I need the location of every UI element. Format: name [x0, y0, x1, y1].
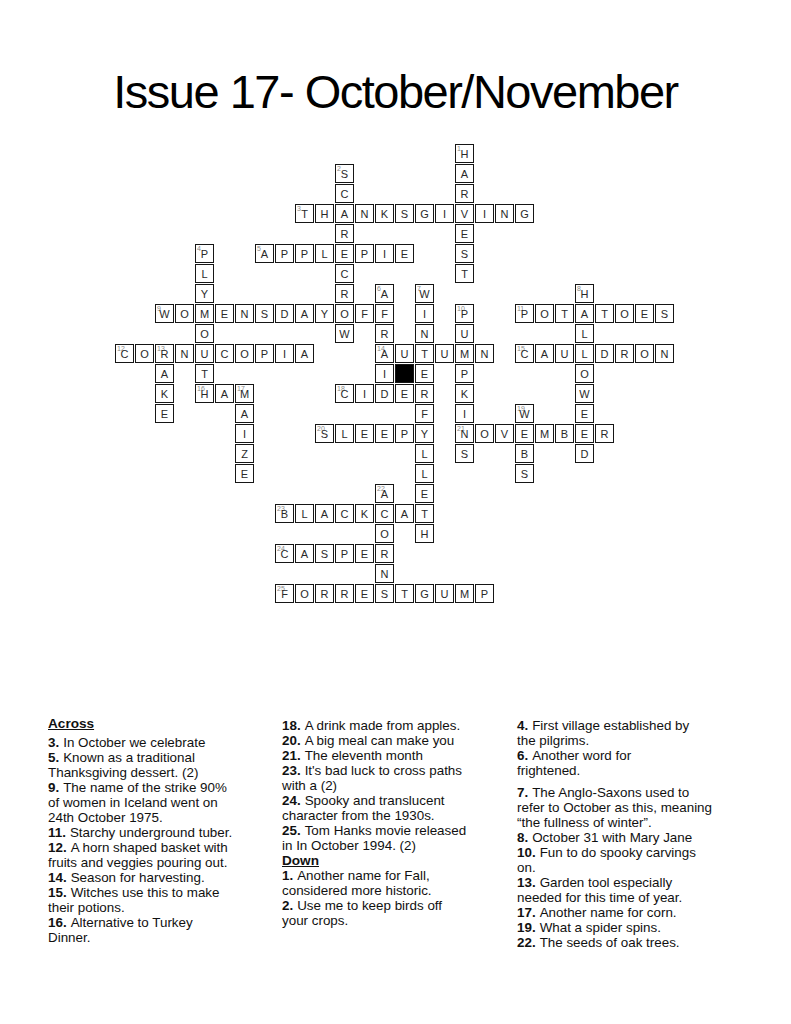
- cell-letter: N: [356, 207, 373, 221]
- grid-cell: 15C: [515, 344, 534, 363]
- cell-letter: K: [456, 387, 473, 401]
- grid-cell: U: [435, 584, 454, 603]
- cell-letter: A: [376, 347, 393, 361]
- clue-number-label: 19.: [517, 920, 536, 935]
- clue-13: 13.Garden tool especially needed for thi…: [517, 875, 757, 905]
- grid-cell: P: [295, 244, 314, 263]
- grid-cell: I: [415, 304, 434, 323]
- grid-cell: O: [195, 324, 214, 343]
- grid-cell: N: [235, 304, 254, 323]
- clue-text: Alternative to Turkey Dinner.: [48, 915, 193, 945]
- cell-letter: E: [456, 227, 473, 241]
- grid-cell: G: [415, 204, 434, 223]
- grid-cell: T: [455, 264, 474, 283]
- grid-cell: V: [455, 204, 474, 223]
- cell-letter: P: [396, 427, 413, 441]
- grid-cell: Y: [415, 424, 434, 443]
- grid-cell: 3T: [295, 204, 314, 223]
- grid-cell: 1H: [455, 144, 474, 163]
- cell-letter: A: [376, 287, 393, 301]
- cell-letter: E: [336, 247, 353, 261]
- cell-letter: B: [516, 447, 533, 461]
- cell-letter: F: [416, 407, 433, 421]
- clue-17: 17.Another name for corn.: [517, 905, 757, 920]
- grid-cell: W: [575, 384, 594, 403]
- cell-letter: L: [416, 447, 433, 461]
- clue-number-label: 10.: [517, 845, 536, 860]
- cell-letter: E: [356, 547, 373, 561]
- clue-7: 7.The Anglo-Saxons used to refer to Octo…: [517, 785, 757, 830]
- grid-cell: C: [335, 184, 354, 203]
- grid-cell: G: [415, 584, 434, 603]
- grid-cell: R: [415, 384, 434, 403]
- grid-cell: I: [375, 244, 394, 263]
- clue-19: 19.What a spider spins.: [517, 920, 757, 935]
- grid-cell: T: [555, 304, 574, 323]
- grid-cell: 25F: [275, 584, 294, 603]
- clue-number-label: 7.: [517, 785, 528, 800]
- grid-cell: P: [255, 344, 274, 363]
- clue-25: 25.Tom Hanks movie released in In Octobe…: [282, 823, 514, 853]
- clue-text: The Anglo-Saxons used to refer to Octobe…: [517, 785, 712, 830]
- cell-letter: E: [396, 387, 413, 401]
- clue-5: 5.Known as a traditional Thanksgiving de…: [48, 750, 280, 780]
- cell-letter: R: [376, 327, 393, 341]
- cell-letter: Y: [316, 307, 333, 321]
- cell-letter: E: [376, 427, 393, 441]
- cell-letter: T: [416, 507, 433, 521]
- cell-letter: N: [476, 347, 493, 361]
- grid-cell: 11P: [515, 304, 534, 323]
- cell-letter: R: [316, 587, 333, 601]
- black-cell: [395, 364, 414, 383]
- cell-letter: S: [456, 247, 473, 261]
- grid-cell: 20S: [315, 424, 334, 443]
- grid-cell: A: [235, 404, 254, 423]
- grid-cell: U: [395, 344, 414, 363]
- cell-letter: W: [336, 327, 353, 341]
- grid-cell: 12C: [115, 344, 134, 363]
- clue-text: The name of the strike 90% of women in I…: [48, 780, 227, 825]
- clue-text: Another name for corn.: [540, 905, 677, 920]
- grid-cell: O: [375, 524, 394, 543]
- cell-letter: A: [296, 547, 313, 561]
- grid-cell: P: [455, 364, 474, 383]
- grid-cell: G: [515, 204, 534, 223]
- grid-cell: R: [595, 424, 614, 443]
- cell-letter: A: [296, 347, 313, 361]
- grid-cell: E: [395, 384, 414, 403]
- cell-letter: E: [356, 427, 373, 441]
- clue-4: 4.First village established by the pilgr…: [517, 718, 757, 748]
- grid-cell: U: [435, 344, 454, 363]
- grid-cell: 21N: [455, 424, 474, 443]
- grid-cell: S: [455, 444, 474, 463]
- grid-cell: C: [335, 504, 354, 523]
- cell-letter: W: [516, 407, 533, 421]
- cell-letter: D: [596, 347, 613, 361]
- grid-cell: T: [195, 364, 214, 383]
- clue-9: 9.The name of the strike 90% of women in…: [48, 780, 280, 825]
- cell-letter: O: [476, 427, 493, 441]
- cell-letter: S: [316, 427, 333, 441]
- cell-letter: P: [456, 307, 473, 321]
- clue-number-label: 25.: [282, 823, 301, 838]
- grid-cell: A: [215, 384, 234, 403]
- cell-letter: R: [456, 187, 473, 201]
- clue-text: In October we celebrate: [63, 735, 205, 750]
- grid-cell: L: [195, 264, 214, 283]
- clue-23: 23.It's bad luck to cross paths with a (…: [282, 763, 514, 793]
- cell-letter: Y: [196, 287, 213, 301]
- cell-letter: L: [296, 507, 313, 521]
- cell-letter: A: [216, 387, 233, 401]
- grid-cell: P: [355, 244, 374, 263]
- grid-cell: O: [235, 344, 254, 363]
- cell-letter: E: [236, 467, 253, 481]
- grid-cell: M: [455, 344, 474, 363]
- grid-cell: N: [415, 324, 434, 343]
- grid-cell: 24C: [275, 544, 294, 563]
- cell-letter: W: [416, 287, 433, 301]
- grid-cell: F: [375, 304, 394, 323]
- grid-cell: E: [375, 424, 394, 443]
- cell-letter: M: [236, 387, 253, 401]
- clue-number-label: 4.: [517, 718, 528, 733]
- cell-letter: E: [576, 427, 593, 441]
- cell-letter: T: [416, 347, 433, 361]
- cell-letter: I: [276, 347, 293, 361]
- grid-cell: N: [495, 204, 514, 223]
- cell-letter: P: [456, 367, 473, 381]
- cell-letter: U: [396, 347, 413, 361]
- grid-cell: V: [495, 424, 514, 443]
- cell-letter: O: [196, 327, 213, 341]
- cell-letter: T: [196, 367, 213, 381]
- grid-cell: B: [555, 424, 574, 443]
- cell-letter: B: [276, 507, 293, 521]
- cell-letter: U: [196, 347, 213, 361]
- cell-letter: N: [656, 347, 673, 361]
- cell-letter: P: [476, 587, 493, 601]
- grid-cell: I: [235, 424, 254, 443]
- grid-cell: E: [155, 404, 174, 423]
- cell-letter: T: [456, 267, 473, 281]
- grid-cell: A: [295, 344, 314, 363]
- grid-cell: E: [635, 304, 654, 323]
- grid-cell: K: [375, 204, 394, 223]
- cell-letter: C: [336, 187, 353, 201]
- grid-cell: D: [375, 384, 394, 403]
- cell-letter: L: [196, 267, 213, 281]
- grid-cell: O: [475, 424, 494, 443]
- grid-cell: E: [415, 484, 434, 503]
- clue-text: It's bad luck to cross paths with a (2): [282, 763, 462, 793]
- cell-letter: L: [576, 327, 593, 341]
- cell-letter: Z: [236, 447, 253, 461]
- grid-cell: U: [195, 344, 214, 363]
- clue-number-label: 3.: [48, 735, 59, 750]
- cell-letter: A: [256, 247, 273, 261]
- cell-letter: N: [376, 567, 393, 581]
- grid-cell: I: [375, 364, 394, 383]
- clue-number-label: 24.: [282, 793, 301, 808]
- cell-letter: A: [396, 507, 413, 521]
- grid-cell: C: [375, 504, 394, 523]
- grid-cell: P: [395, 424, 414, 443]
- grid-cell: 13R: [155, 344, 174, 363]
- clue-text: Another word for frightened.: [517, 748, 631, 778]
- clue-number-label: 20.: [282, 733, 301, 748]
- cell-letter: M: [456, 347, 473, 361]
- clue-number-label: 1.: [282, 868, 293, 883]
- clue-2: 2.Use me to keep birds off your crops.: [282, 898, 514, 928]
- cell-letter: I: [436, 207, 453, 221]
- grid-cell: R: [375, 544, 394, 563]
- clue-text: Fun to do spooky carvings on.: [517, 845, 696, 875]
- grid-cell: O: [635, 344, 654, 363]
- clue-text: Tom Hanks movie released in In October 1…: [282, 823, 466, 853]
- clue-6: 6.Another word for frightened.: [517, 748, 757, 778]
- cell-letter: E: [396, 247, 413, 261]
- clue-18: 18.A drink made from apples.: [282, 718, 514, 733]
- grid-cell: E: [215, 304, 234, 323]
- grid-cell: K: [155, 384, 174, 403]
- grid-cell: T: [395, 584, 414, 603]
- grid-cell: R: [315, 584, 334, 603]
- grid-cell: O: [135, 344, 154, 363]
- grid-cell: L: [415, 444, 434, 463]
- cell-letter: A: [456, 167, 473, 181]
- grid-cell: M: [455, 584, 474, 603]
- grid-cell: W: [335, 324, 354, 343]
- grid-cell: B: [515, 444, 534, 463]
- cell-letter: S: [456, 447, 473, 461]
- clue-11: 11.Starchy underground tuber.: [48, 825, 280, 840]
- cell-letter: M: [196, 307, 213, 321]
- grid-cell: S: [255, 304, 274, 323]
- grid-cell: T: [415, 344, 434, 363]
- cell-letter: G: [516, 207, 533, 221]
- cell-letter: Y: [416, 427, 433, 441]
- cell-letter: N: [416, 327, 433, 341]
- cell-letter: I: [476, 207, 493, 221]
- cell-letter: P: [516, 307, 533, 321]
- grid-cell: A: [455, 164, 474, 183]
- cell-letter: O: [536, 307, 553, 321]
- cell-letter: U: [436, 347, 453, 361]
- grid-cell: L: [415, 464, 434, 483]
- page-title: Issue 17- October/November: [0, 64, 791, 119]
- grid-cell: F: [355, 304, 374, 323]
- clue-12: 12.A horn shaped basket with fruits and …: [48, 840, 280, 870]
- clue-text: What a spider spins.: [540, 920, 661, 935]
- cell-letter: F: [276, 587, 293, 601]
- grid-cell: D: [575, 444, 594, 463]
- cell-letter: C: [376, 507, 393, 521]
- clue-column-1: Across3.In October we celebrate5.Known a…: [48, 716, 280, 945]
- crossword-grid: 1HARVEST2SCARECROW3THNKSGIING4PLYMOUT16H…: [115, 144, 675, 604]
- grid-cell: E: [515, 424, 534, 443]
- grid-cell: M: [195, 304, 214, 323]
- cell-letter: A: [576, 307, 593, 321]
- cell-letter: S: [516, 467, 533, 481]
- grid-cell: A: [535, 344, 554, 363]
- grid-cell: 8H: [575, 284, 594, 303]
- grid-cell: R: [455, 184, 474, 203]
- grid-cell: I: [455, 404, 474, 423]
- clue-number-label: 11.: [48, 825, 66, 840]
- cell-letter: K: [376, 207, 393, 221]
- clue-number-label: 6.: [517, 748, 528, 763]
- cell-letter: I: [376, 247, 393, 261]
- cell-letter: D: [376, 387, 393, 401]
- grid-cell: A: [295, 544, 314, 563]
- clue-column-3: 4.First village established by the pilgr…: [517, 718, 757, 950]
- cell-letter: E: [156, 407, 173, 421]
- cell-letter: O: [636, 347, 653, 361]
- clue-number-label: 13.: [517, 875, 536, 890]
- cell-letter: O: [296, 587, 313, 601]
- cell-letter: S: [656, 307, 673, 321]
- grid-cell: S: [315, 544, 334, 563]
- grid-cell: K: [455, 384, 474, 403]
- cell-letter: S: [336, 167, 353, 181]
- grid-cell: P: [475, 584, 494, 603]
- grid-cell: N: [655, 344, 674, 363]
- clue-21: 21.The eleventh month: [282, 748, 514, 763]
- grid-cell: O: [575, 364, 594, 383]
- grid-cell: 18C: [335, 384, 354, 403]
- grid-cell: L: [575, 324, 594, 343]
- grid-cell: N: [175, 344, 194, 363]
- clue-text: The seeds of oak trees.: [540, 935, 680, 950]
- grid-cell: 5A: [255, 244, 274, 263]
- grid-cell: 14A: [375, 344, 394, 363]
- clue-column-2: 18.A drink made from apples.20.A big mea…: [282, 718, 514, 928]
- grid-cell: S: [395, 204, 414, 223]
- grid-cell: Z: [235, 444, 254, 463]
- grid-cell: E: [455, 224, 474, 243]
- grid-cell: E: [575, 404, 594, 423]
- grid-cell: T: [415, 504, 434, 523]
- cell-letter: R: [416, 387, 433, 401]
- grid-cell: R: [335, 584, 354, 603]
- clue-16: 16.Alternative to Turkey Dinner.: [48, 915, 280, 945]
- cell-letter: U: [436, 587, 453, 601]
- clue-24: 24.Spooky and translucent character from…: [282, 793, 514, 823]
- grid-cell: N: [475, 344, 494, 363]
- cell-letter: O: [616, 307, 633, 321]
- grid-cell: O: [535, 304, 554, 323]
- cell-letter: L: [336, 427, 353, 441]
- grid-cell: D: [275, 304, 294, 323]
- clue-text: October 31 with Mary Jane: [532, 830, 692, 845]
- clue-number-label: 9.: [48, 780, 59, 795]
- clue-text: Starchy underground tuber.: [70, 825, 232, 840]
- grid-cell: E: [395, 244, 414, 263]
- cell-letter: N: [456, 427, 473, 441]
- cell-letter: O: [136, 347, 153, 361]
- clue-text: Use me to keep birds off your crops.: [282, 898, 442, 928]
- cell-letter: R: [596, 427, 613, 441]
- cell-letter: H: [416, 527, 433, 541]
- grid-cell: O: [295, 584, 314, 603]
- grid-cell: 22A: [375, 484, 394, 503]
- grid-cell: 7W: [415, 284, 434, 303]
- cell-letter: A: [156, 367, 173, 381]
- cell-letter: P: [296, 247, 313, 261]
- cell-letter: C: [336, 387, 353, 401]
- cell-letter: P: [356, 247, 373, 261]
- cell-letter: F: [356, 307, 373, 321]
- cell-letter: S: [256, 307, 273, 321]
- cell-letter: D: [576, 447, 593, 461]
- grid-cell: S: [655, 304, 674, 323]
- clue-text: Witches use this to make their potions.: [48, 885, 219, 915]
- grid-cell: E: [355, 424, 374, 443]
- grid-cell: C: [335, 264, 354, 283]
- grid-cell: L: [315, 244, 334, 263]
- clue-text: Another name for Fall, considered more h…: [282, 868, 432, 898]
- grid-cell: E: [575, 424, 594, 443]
- clue-text: First village established by the pilgrim…: [517, 718, 689, 748]
- cell-letter: S: [396, 207, 413, 221]
- grid-cell: M: [535, 424, 554, 443]
- clue-text: Known as a traditional Thanksgiving dess…: [48, 750, 198, 780]
- clue-text: A big meal can make you: [305, 733, 455, 748]
- cell-letter: N: [236, 307, 253, 321]
- cell-letter: M: [456, 587, 473, 601]
- cell-letter: H: [316, 207, 333, 221]
- cell-letter: A: [236, 407, 253, 421]
- grid-cell: C: [215, 344, 234, 363]
- grid-cell: T: [595, 304, 614, 323]
- grid-cell: 16H: [195, 384, 214, 403]
- clue-text: A drink made from apples.: [305, 718, 461, 733]
- cell-letter: C: [276, 547, 293, 561]
- cell-letter: P: [196, 247, 213, 261]
- grid-cell: I: [275, 344, 294, 363]
- grid-cell: L: [575, 344, 594, 363]
- clue-number-label: 12.: [48, 840, 67, 855]
- cell-letter: F: [376, 307, 393, 321]
- cell-letter: E: [356, 587, 373, 601]
- grid-cell: 6A: [375, 284, 394, 303]
- clue-text: Spooky and translucent character from th…: [282, 793, 445, 823]
- cell-letter: T: [556, 307, 573, 321]
- clue-1: 1.Another name for Fall, considered more…: [282, 868, 514, 898]
- clue-text: Garden tool especially needed for this t…: [517, 875, 682, 905]
- grid-cell: A: [315, 504, 334, 523]
- crossword-worksheet: Issue 17- October/November 1HARVEST2SCAR…: [0, 0, 791, 1024]
- cell-letter: I: [416, 307, 433, 321]
- grid-cell: 23B: [275, 504, 294, 523]
- clue-number-label: 16.: [48, 915, 67, 930]
- clues-header-down: Down: [282, 853, 514, 868]
- grid-cell: 9W: [155, 304, 174, 323]
- grid-cell: 2S: [335, 164, 354, 183]
- grid-cell: A: [295, 304, 314, 323]
- clue-number-label: 2.: [282, 898, 293, 913]
- grid-cell: 17M: [235, 384, 254, 403]
- clue-text: Season for harvesting.: [71, 870, 205, 885]
- grid-cell: S: [375, 584, 394, 603]
- grid-cell: U: [555, 344, 574, 363]
- clue-number-label: 22.: [517, 935, 536, 950]
- cell-letter: U: [456, 327, 473, 341]
- grid-cell: E: [235, 464, 254, 483]
